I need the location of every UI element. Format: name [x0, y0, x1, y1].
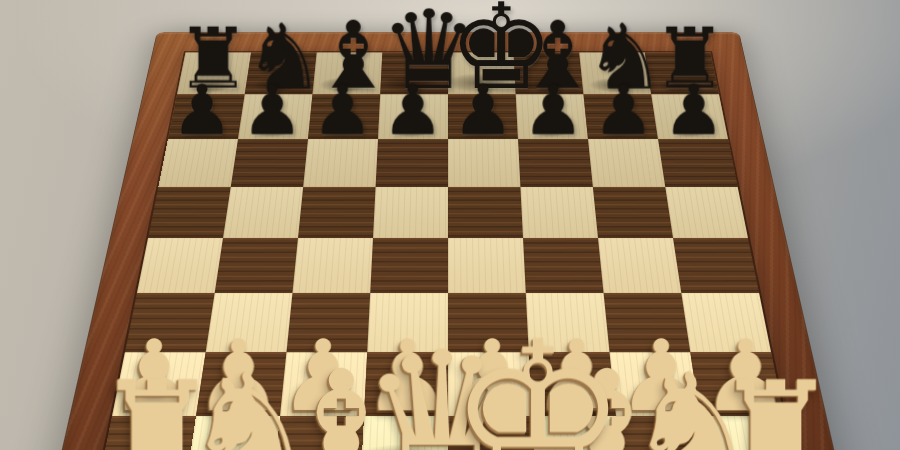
square-a5[interactable]: [148, 187, 231, 238]
square-d1[interactable]: ♛: [361, 416, 448, 450]
square-d4[interactable]: [370, 238, 448, 293]
piece-black-pawn-e7[interactable]: ♟: [448, 74, 518, 143]
square-d5[interactable]: [373, 187, 448, 238]
square-e5[interactable]: [448, 187, 523, 238]
square-c5[interactable]: [298, 187, 376, 238]
piece-white-queen-d1[interactable]: ♛: [359, 327, 448, 450]
square-f6[interactable]: [518, 139, 593, 187]
square-b7[interactable]: ♟: [238, 94, 313, 139]
square-e1[interactable]: ♚: [448, 416, 535, 450]
square-g5[interactable]: [593, 187, 673, 238]
square-b1[interactable]: ♞: [186, 416, 280, 450]
piece-black-pawn-g7[interactable]: ♟: [588, 74, 658, 143]
square-a1[interactable]: ♜: [98, 416, 196, 450]
square-e4[interactable]: [448, 238, 526, 293]
piece-black-pawn-c7[interactable]: ♟: [308, 74, 378, 143]
square-h4[interactable]: [673, 238, 759, 293]
square-g7[interactable]: ♟: [583, 94, 658, 139]
square-h5[interactable]: [665, 187, 748, 238]
square-c4[interactable]: [292, 238, 373, 293]
square-e6[interactable]: [448, 139, 520, 187]
piece-white-bishop-c1[interactable]: ♝: [271, 350, 360, 450]
square-d7[interactable]: ♟: [378, 94, 448, 139]
piece-black-pawn-d7[interactable]: ♟: [378, 74, 448, 143]
square-b5[interactable]: [223, 187, 303, 238]
chess-board: ♜♞♝♛♚♝♞♜♟♟♟♟♟♟♟♟♟♟♟♟♟♟♟♟♜♞♝♛♚♝♞♜: [45, 32, 851, 450]
square-b4[interactable]: [215, 238, 298, 293]
square-d6[interactable]: [376, 139, 448, 187]
square-a6[interactable]: [158, 139, 238, 187]
chessboard-photo-scene: Chess starting position ♜♞♝♛♚♝♞♜♟♟♟♟♟♟♟♟…: [0, 0, 900, 450]
piece-black-pawn-a7[interactable]: ♟: [167, 74, 237, 143]
piece-white-knight-b1[interactable]: ♞: [182, 353, 271, 450]
square-f7[interactable]: ♟: [516, 94, 588, 139]
board-grid: ♜♞♝♛♚♝♞♜♟♟♟♟♟♟♟♟♟♟♟♟♟♟♟♟♜♞♝♛♚♝♞♜: [98, 52, 798, 450]
square-g6[interactable]: [588, 139, 665, 187]
square-a7[interactable]: ♟: [168, 94, 245, 139]
piece-black-pawn-f7[interactable]: ♟: [518, 74, 588, 143]
square-h7[interactable]: ♟: [651, 94, 728, 139]
square-e7[interactable]: ♟: [448, 94, 518, 139]
square-f5[interactable]: [520, 187, 598, 238]
piece-white-king-e1[interactable]: ♚: [448, 315, 537, 450]
square-a4[interactable]: [137, 238, 223, 293]
square-c6[interactable]: [303, 139, 378, 187]
piece-white-rook-a1[interactable]: ♜: [94, 363, 182, 450]
square-b6[interactable]: [231, 139, 308, 187]
square-c7[interactable]: ♟: [308, 94, 380, 139]
square-h6[interactable]: [658, 139, 738, 187]
square-f4[interactable]: [523, 238, 604, 293]
piece-black-pawn-h7[interactable]: ♟: [659, 74, 729, 143]
piece-black-pawn-b7[interactable]: ♟: [237, 74, 307, 143]
square-g4[interactable]: [598, 238, 681, 293]
square-c1[interactable]: ♝: [273, 416, 364, 450]
